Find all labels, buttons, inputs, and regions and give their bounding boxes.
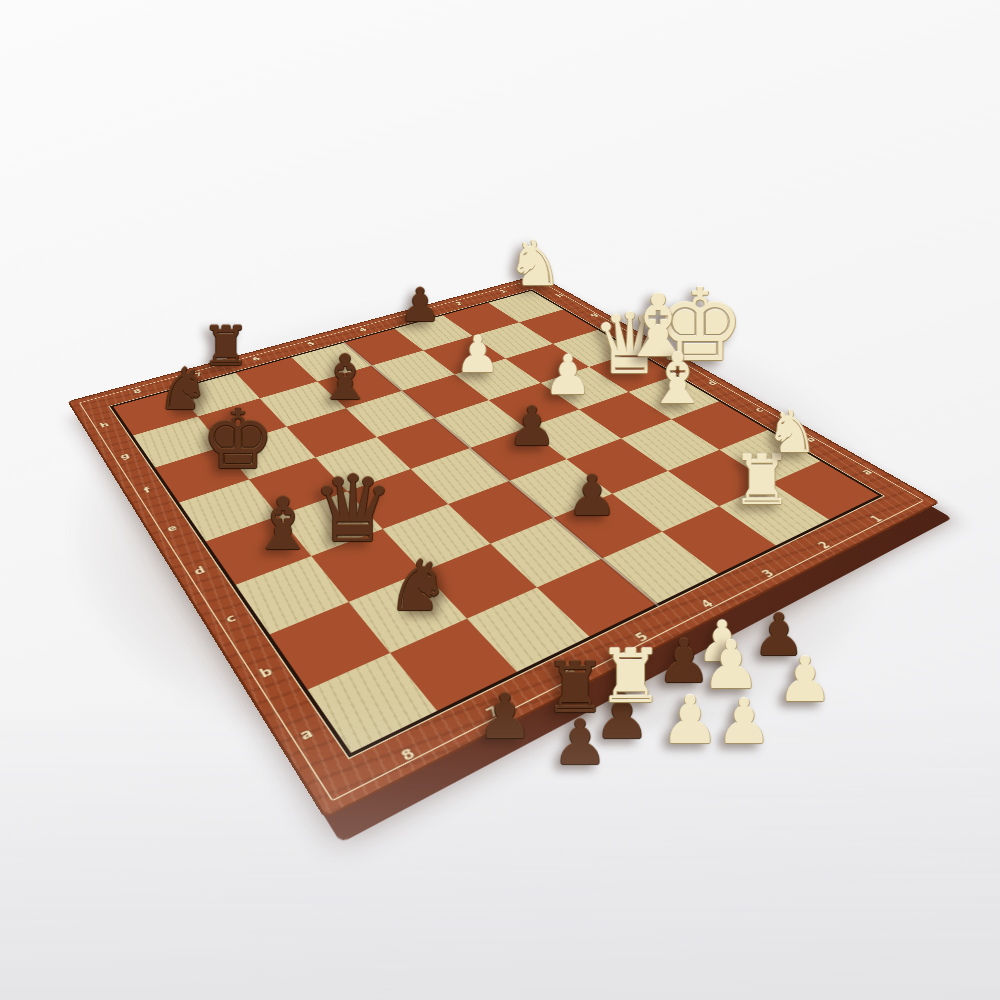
captured-white-pawn[interactable]: ♟ xyxy=(716,691,772,753)
captured-white-pawn[interactable]: ♟ xyxy=(777,649,833,711)
captured-white-rook[interactable]: ♜ xyxy=(598,639,664,713)
chess-set-photo: hh88gg77ff66ee55dd44cc33bb22aa11 ♚♛♜♝♝♞♞… xyxy=(0,0,1000,1000)
captured-pieces-row: ♟♜♟♟♟♟♜♟♟♟♟♟ xyxy=(0,0,1000,1000)
captured-black-pawn[interactable]: ♟ xyxy=(477,686,533,748)
